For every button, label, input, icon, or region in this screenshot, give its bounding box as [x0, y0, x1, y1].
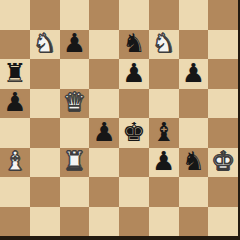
square-d3[interactable]: [89, 148, 119, 178]
square-h5[interactable]: [208, 89, 238, 119]
square-g7[interactable]: [179, 30, 209, 60]
piece-white-king[interactable]: ♚: [211, 148, 234, 174]
square-b8[interactable]: [30, 0, 60, 30]
square-f7[interactable]: ♞: [149, 30, 179, 60]
square-h2[interactable]: [208, 177, 238, 207]
square-b7[interactable]: ♞: [30, 30, 60, 60]
piece-black-rook[interactable]: ♜: [3, 60, 26, 86]
piece-white-knight[interactable]: ♞: [33, 30, 56, 56]
piece-black-bishop[interactable]: ♝: [152, 119, 175, 145]
square-a6[interactable]: ♜: [0, 59, 30, 89]
board-edge-bottom: [0, 236, 240, 240]
square-b6[interactable]: [30, 59, 60, 89]
square-a2[interactable]: [0, 177, 30, 207]
square-a3[interactable]: ♝: [0, 148, 30, 178]
square-e8[interactable]: [119, 0, 149, 30]
piece-white-rook[interactable]: ♜: [63, 148, 86, 174]
square-c2[interactable]: [60, 177, 90, 207]
square-e3[interactable]: [119, 148, 149, 178]
piece-white-bishop[interactable]: ♝: [3, 148, 26, 174]
square-f4[interactable]: ♝: [149, 118, 179, 148]
board-edge-right: [238, 0, 240, 240]
square-b3[interactable]: [30, 148, 60, 178]
piece-black-pawn[interactable]: ♟: [122, 60, 145, 86]
square-h8[interactable]: [208, 0, 238, 30]
square-e5[interactable]: [119, 89, 149, 119]
piece-white-knight[interactable]: ♞: [152, 30, 175, 56]
square-h4[interactable]: [208, 118, 238, 148]
piece-black-knight[interactable]: ♞: [182, 148, 205, 174]
square-d1[interactable]: [89, 207, 119, 237]
square-a7[interactable]: [0, 30, 30, 60]
square-f1[interactable]: [149, 207, 179, 237]
square-g8[interactable]: [179, 0, 209, 30]
piece-black-pawn[interactable]: ♟: [3, 89, 26, 115]
piece-black-pawn[interactable]: ♟: [152, 148, 175, 174]
square-e7[interactable]: ♞: [119, 30, 149, 60]
chess-board: ♞♟♞♞♜♟♟♟♛♟♚♝♝♜♟♞♚: [0, 0, 238, 236]
square-f3[interactable]: ♟: [149, 148, 179, 178]
square-g2[interactable]: [179, 177, 209, 207]
square-b5[interactable]: [30, 89, 60, 119]
square-b2[interactable]: [30, 177, 60, 207]
square-h1[interactable]: [208, 207, 238, 237]
piece-black-pawn[interactable]: ♟: [63, 30, 86, 56]
square-e2[interactable]: [119, 177, 149, 207]
square-c1[interactable]: [60, 207, 90, 237]
square-d7[interactable]: [89, 30, 119, 60]
square-d2[interactable]: [89, 177, 119, 207]
piece-black-pawn[interactable]: ♟: [182, 60, 205, 86]
square-h3[interactable]: ♚: [208, 148, 238, 178]
square-f5[interactable]: [149, 89, 179, 119]
square-h6[interactable]: [208, 59, 238, 89]
square-h7[interactable]: [208, 30, 238, 60]
square-a8[interactable]: [0, 0, 30, 30]
square-c6[interactable]: [60, 59, 90, 89]
piece-black-knight[interactable]: ♞: [122, 30, 145, 56]
square-c8[interactable]: [60, 0, 90, 30]
square-c3[interactable]: ♜: [60, 148, 90, 178]
square-g4[interactable]: [179, 118, 209, 148]
square-d5[interactable]: [89, 89, 119, 119]
piece-black-king[interactable]: ♚: [122, 119, 145, 145]
square-g6[interactable]: ♟: [179, 59, 209, 89]
piece-black-pawn[interactable]: ♟: [92, 119, 115, 145]
square-c4[interactable]: [60, 118, 90, 148]
square-b1[interactable]: [30, 207, 60, 237]
square-g3[interactable]: ♞: [179, 148, 209, 178]
square-a1[interactable]: [0, 207, 30, 237]
piece-white-queen[interactable]: ♛: [63, 89, 86, 115]
square-c5[interactable]: ♛: [60, 89, 90, 119]
square-e1[interactable]: [119, 207, 149, 237]
square-f8[interactable]: [149, 0, 179, 30]
square-b4[interactable]: [30, 118, 60, 148]
square-g5[interactable]: [179, 89, 209, 119]
square-c7[interactable]: ♟: [60, 30, 90, 60]
square-e6[interactable]: ♟: [119, 59, 149, 89]
square-g1[interactable]: [179, 207, 209, 237]
square-d6[interactable]: [89, 59, 119, 89]
square-a5[interactable]: ♟: [0, 89, 30, 119]
chess-app-screen: ♞♟♞♞♜♟♟♟♛♟♚♝♝♜♟♞♚: [0, 0, 240, 240]
square-d4[interactable]: ♟: [89, 118, 119, 148]
square-f6[interactable]: [149, 59, 179, 89]
square-e4[interactable]: ♚: [119, 118, 149, 148]
square-f2[interactable]: [149, 177, 179, 207]
square-d8[interactable]: [89, 0, 119, 30]
square-a4[interactable]: [0, 118, 30, 148]
